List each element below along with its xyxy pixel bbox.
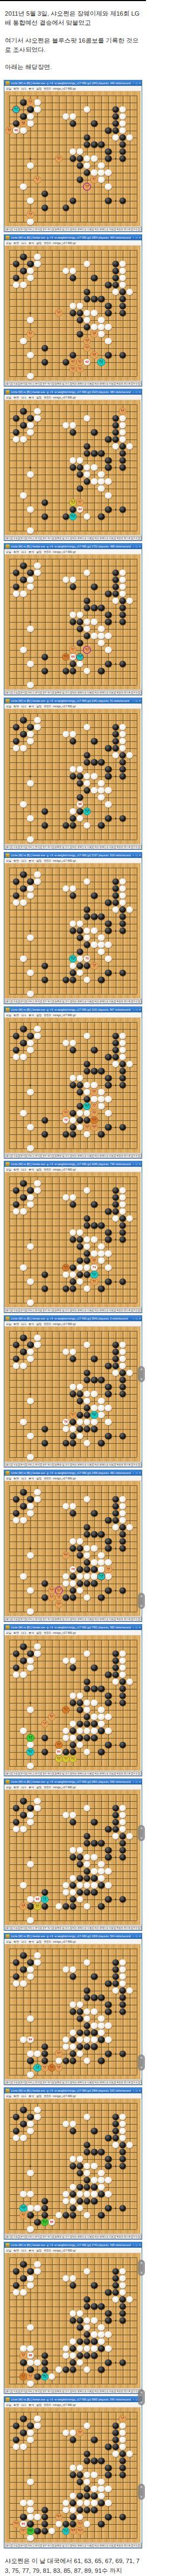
window-title-bar[interactable]: Lizzie [W] vs [B] [./leelaz.exe -g -t 6 …: [4, 2397, 142, 2402]
toolbar-button[interactable]: 열기: [5, 227, 11, 232]
toolbar-button[interactable]: 정확한 값 보기: [54, 2389, 70, 2394]
menu-item[interactable]: 화면: [14, 2094, 19, 2098]
candidate-move[interactable]: 6.8106: [90, 351, 98, 359]
candidate-move[interactable]: 3.9541: [55, 1741, 62, 1749]
candidate-move[interactable]: 5.413: [83, 183, 91, 191]
toolbar-button[interactable]: 메인 변화도로 이동: [71, 2080, 93, 2085]
scroll-down-icon[interactable]: ∨: [140, 2495, 142, 2498]
toolbar-button[interactable]: 분석: [19, 691, 26, 695]
toolbar-button[interactable]: 정확한 값 보기: [54, 1926, 70, 1930]
toolbar-button[interactable]: 분석: [19, 382, 26, 386]
floating-scroll-widget[interactable]: ∧∨: [138, 2389, 145, 2405]
window-title-bar[interactable]: Lizzie [W] vs [B] [./leelaz.exe -g -t 6 …: [4, 2088, 142, 2093]
toolbar-button[interactable]: 복잡한 초기화: [115, 1308, 131, 1313]
toolbar-button[interactable]: 열기: [5, 1154, 11, 1158]
toolbar-button[interactable]: 열기: [5, 382, 11, 386]
toolbar-button[interactable]: 메인 변화도로 지정: [93, 1154, 115, 1158]
minimize-button[interactable]: –: [132, 1162, 134, 1166]
toolbar-button[interactable]: 열기: [5, 2544, 11, 2548]
toolbar-button[interactable]: 열기: [5, 1308, 11, 1313]
toolbar-button[interactable]: 열기: [5, 2080, 11, 2085]
toolbar-button[interactable]: 분석: [19, 1772, 26, 1776]
close-button[interactable]: ×: [139, 1008, 141, 1011]
go-board[interactable]: 8010.72.5k9.37.5k8.12048.0687.4273.95416…: [4, 1635, 141, 1770]
toolbar-button[interactable]: 수순: [132, 1926, 139, 1930]
toolbar-button[interactable]: 복잡한 초기화: [115, 691, 131, 695]
toolbar-button[interactable]: 메인 변화도로 지정: [93, 382, 115, 386]
candidate-move[interactable]: 4.15: [26, 330, 34, 338]
toolbar-button[interactable]: 메인 변화도로 이동: [71, 2389, 93, 2394]
close-button[interactable]: ×: [139, 1471, 141, 1475]
toolbar-button[interactable]: 첫수 제거: [41, 1308, 53, 1313]
maximize-button[interactable]: □: [136, 1935, 137, 1938]
candidate-move[interactable]: 8.068: [48, 1713, 55, 1721]
toolbar-button[interactable]: 첫수 제거: [41, 1154, 53, 1158]
candidate-move[interactable]: 1.92: [118, 2415, 126, 2423]
menu-item[interactable]: 파일: [6, 1013, 11, 1017]
toolbar-button[interactable]: 분석: [19, 1308, 26, 1313]
menu-item[interactable]: 파일: [6, 1631, 11, 1634]
go-board[interactable]: 602.996.21.1k4.81864.6326.01895.7704.765…: [4, 91, 141, 226]
menu-item[interactable]: 설정: [36, 396, 42, 399]
go-board[interactable]: 6812.62.4k: [4, 709, 141, 844]
toolbar-button[interactable]: 열기: [5, 999, 11, 1004]
menu-item[interactable]: 파일: [6, 1168, 11, 1171]
maximize-button[interactable]: □: [136, 2243, 137, 2247]
window-title-bar[interactable]: Lizzie [W] vs [B] [./leelaz.exe -g -t 6 …: [4, 1470, 142, 1476]
window-title-bar[interactable]: Lizzie [W] vs [B] [./leelaz.exe -g -t 6 …: [4, 1779, 142, 1784]
menu-item[interactable]: 설정: [36, 550, 42, 553]
toolbar-button[interactable]: 카타고 분석: [26, 1772, 41, 1776]
menu-item[interactable]: 대국: [21, 1940, 26, 1943]
candidate-move[interactable]: 5.78: [69, 646, 77, 654]
close-button[interactable]: ×: [139, 854, 141, 857]
toolbar-button[interactable]: 첫수 제거: [41, 536, 53, 540]
candidate-move[interactable]: 5.5287: [90, 1257, 98, 1265]
blue-spot-candidate[interactable]: 7.91.4k: [41, 1896, 48, 1903]
toolbar-button[interactable]: 복잡한 초기화: [115, 2235, 131, 2239]
menu-item[interactable]: 엔진0 : minigo_v17-990.gz: [44, 1168, 76, 1171]
minimize-button[interactable]: –: [132, 1008, 134, 1011]
blue-spot-candidate[interactable]: 8.51.2k: [97, 359, 105, 366]
toolbar-button[interactable]: 저장: [12, 691, 18, 695]
toolbar-button[interactable]: 메인 변화도로 이동: [71, 1617, 93, 1621]
toolbar-button[interactable]: 분석: [19, 1463, 26, 1467]
toolbar-button[interactable]: 열기: [5, 536, 11, 540]
toolbar-button[interactable]: 카타고 분석: [26, 2389, 41, 2394]
toolbar-button[interactable]: 메인 변화도로 이동: [71, 227, 93, 232]
toolbar-button[interactable]: 정보: [139, 1926, 142, 1930]
best-move-candidate[interactable]: 11.31.7k: [41, 2219, 48, 2226]
menu-item[interactable]: 대국: [21, 1322, 26, 1326]
toolbar-button[interactable]: 정확한 값 보기: [54, 691, 70, 695]
scroll-up-icon[interactable]: ∧: [140, 1368, 142, 1371]
menu-item[interactable]: 분석: [29, 2249, 34, 2252]
menu-item[interactable]: 화면: [14, 1786, 19, 1789]
toolbar-button[interactable]: 복잡한 초기화: [115, 1463, 131, 1467]
go-board[interactable]: 8612.81.2k11.31.7k4.118: [4, 2099, 141, 2234]
candidate-move[interactable]: 2.62: [76, 2429, 84, 2437]
menu-item[interactable]: 파일: [6, 87, 11, 90]
scroll-up-icon[interactable]: ∧: [140, 1827, 142, 1830]
menu-item[interactable]: 엔진0 : minigo_v17-990.gz: [44, 87, 76, 90]
go-board[interactable]: 6612.81.2k5.7813.34588.9275: [4, 555, 141, 689]
toolbar-button[interactable]: 메인 변화도로 지정: [93, 1308, 115, 1313]
candidate-move[interactable]: 13.22: [12, 2520, 20, 2528]
scroll-down-icon[interactable]: ∨: [140, 1836, 142, 1840]
blue-spot-candidate[interactable]: 12.21.4k: [69, 513, 77, 520]
toolbar-button[interactable]: 정보: [139, 999, 142, 1004]
toolbar-button[interactable]: 분석: [19, 1926, 26, 1930]
toolbar-button[interactable]: 메인 변화도로 이동: [71, 382, 93, 386]
toolbar-button[interactable]: 분석: [19, 2080, 26, 2085]
go-board[interactable]: 9017.11.5k14.61.1k1.922.6213.2214.2211.2…: [4, 2408, 141, 2543]
menu-item[interactable]: 설정: [36, 2249, 42, 2252]
go-board[interactable]: 8818.21.8k9.2116.1625.311: [4, 2253, 141, 2388]
candidate-move[interactable]: 10.33: [76, 2527, 84, 2535]
candidate-move[interactable]: 9.46: [104, 1566, 112, 1573]
toolbar-button[interactable]: 복잡한 초기화: [115, 1617, 131, 1621]
menu-item[interactable]: 분석: [29, 550, 34, 553]
blue-spot-candidate[interactable]: 12.62.4k: [83, 808, 91, 815]
menu-item[interactable]: 분석: [29, 1786, 34, 1789]
toolbar-button[interactable]: 메인 변화도로 지정: [93, 999, 115, 1004]
minimize-button[interactable]: –: [132, 854, 134, 857]
candidate-move[interactable]: 9.11.1k: [69, 1755, 77, 1763]
toolbar-button[interactable]: 정확한 값 보기: [54, 536, 70, 540]
toolbar-button[interactable]: 정보: [139, 1617, 142, 1621]
toolbar-button[interactable]: 저장: [12, 2389, 18, 2394]
menu-item[interactable]: 화면: [14, 396, 19, 399]
candidate-move[interactable]: 6.62: [90, 1088, 98, 1096]
toolbar-button[interactable]: 저장: [12, 1772, 18, 1776]
toolbar-button[interactable]: 분석: [19, 845, 26, 849]
toolbar-button[interactable]: 정보: [139, 1772, 142, 1776]
close-button[interactable]: ×: [139, 699, 141, 702]
toolbar-button[interactable]: 카타고 분석: [26, 2080, 41, 2085]
candidate-move[interactable]: 10.610: [90, 1124, 98, 1131]
menu-item[interactable]: 파일: [6, 2249, 11, 2252]
scroll-down-icon[interactable]: ∨: [140, 1377, 142, 1381]
menu-item[interactable]: 분석: [29, 241, 34, 245]
menu-item[interactable]: 파일: [6, 1940, 11, 1943]
maximize-button[interactable]: □: [136, 1162, 137, 1166]
candidate-move[interactable]: 3.89: [90, 330, 98, 338]
toolbar-button[interactable]: 메인 변화도로 이동: [71, 536, 93, 540]
menu-item[interactable]: 분석: [29, 1013, 34, 1017]
blue-spot-candidate[interactable]: 18.21.8k: [41, 2373, 48, 2381]
blue-spot-candidate[interactable]: 10.72.5k: [26, 1748, 34, 1756]
toolbar-button[interactable]: 첫수 제거: [41, 845, 53, 849]
toolbar-button[interactable]: 메인 변화도로 이동: [71, 1463, 93, 1467]
toolbar-button[interactable]: 메인 변화도로 지정: [93, 2544, 115, 2548]
toolbar-button[interactable]: 메인 변화도로 이동: [71, 2235, 93, 2239]
toolbar-button[interactable]: 첫수 제거: [41, 1463, 53, 1467]
toolbar-button[interactable]: 저장: [12, 1154, 18, 1158]
toolbar-button[interactable]: 첫수 제거: [41, 2544, 53, 2548]
toolbar-button[interactable]: 카타고 분석: [26, 227, 41, 232]
toolbar-button[interactable]: 메인 변화도로 지정: [93, 2389, 115, 2394]
menu-item[interactable]: 분석: [29, 1477, 34, 1480]
menu-item[interactable]: 분석: [29, 2403, 34, 2406]
close-button[interactable]: ×: [139, 545, 141, 548]
menu-item[interactable]: 설정: [36, 2094, 42, 2098]
toolbar-button[interactable]: 분석: [19, 1154, 26, 1158]
toolbar-button[interactable]: 저장: [12, 1308, 18, 1313]
menu-item[interactable]: 설정: [36, 241, 42, 245]
toolbar-button[interactable]: 복잡한 초기화: [115, 536, 131, 540]
toolbar-button[interactable]: 정보: [139, 1463, 142, 1467]
toolbar-button[interactable]: 수순: [132, 691, 139, 695]
maximize-button[interactable]: □: [136, 2398, 137, 2401]
minimize-button[interactable]: –: [132, 1780, 134, 1783]
toolbar-button[interactable]: 복잡한 초기화: [115, 227, 131, 232]
toolbar-button[interactable]: 메인 변화도로 이동: [71, 999, 93, 1004]
toolbar-button[interactable]: 분석: [19, 227, 26, 232]
menu-item[interactable]: 분석: [29, 1322, 34, 1326]
menu-item[interactable]: 대국: [21, 1786, 26, 1789]
toolbar-button[interactable]: 정확한 값 보기: [54, 382, 70, 386]
minimize-button[interactable]: –: [132, 236, 134, 239]
menu-item[interactable]: 엔진0 : minigo_v17-990.gz: [44, 550, 76, 553]
minimize-button[interactable]: –: [132, 699, 134, 702]
toolbar-button[interactable]: 메인 변화도로 지정: [93, 1926, 115, 1930]
toolbar-button[interactable]: 정확한 값 보기: [54, 1617, 70, 1621]
menu-item[interactable]: 엔진0 : minigo_v17-990.gz: [44, 396, 76, 399]
toolbar-button[interactable]: 분석: [19, 536, 26, 540]
window-title-bar[interactable]: Lizzie [W] vs [B] [./leelaz.exe -g -t 6 …: [4, 2242, 142, 2248]
minimize-button[interactable]: –: [132, 1626, 134, 1629]
candidate-move[interactable]: 8.62: [62, 1552, 70, 1559]
toolbar-button[interactable]: 저장: [12, 1617, 18, 1621]
close-button[interactable]: ×: [139, 1162, 141, 1166]
scroll-up-icon[interactable]: ∧: [140, 2485, 142, 2489]
toolbar-button[interactable]: 카타고 분석: [26, 1154, 41, 1158]
menu-item[interactable]: 설정: [36, 2403, 42, 2406]
toolbar-button[interactable]: 열기: [5, 1926, 11, 1930]
toolbar-button[interactable]: 수순: [132, 999, 139, 1004]
menu-item[interactable]: 엔진0 : minigo_v17-990.gz: [44, 705, 76, 708]
maximize-button[interactable]: □: [136, 82, 137, 85]
toolbar-button[interactable]: 분석: [19, 2544, 26, 2548]
candidate-move[interactable]: 9.3455: [34, 1903, 41, 1910]
floating-scroll-widget[interactable]: ∧∨: [138, 2260, 145, 2276]
blue-spot-candidate[interactable]: 10.61.6k: [90, 1411, 98, 1419]
window-title-bar[interactable]: Lizzie [W] vs [B] [./leelaz.exe -g -t 6 …: [4, 1007, 142, 1012]
window-title-bar[interactable]: Lizzie [W] vs [B] [./leelaz.exe -g -t 6 …: [4, 389, 142, 395]
toolbar-button[interactable]: 메인 변화도로 지정: [93, 691, 115, 695]
candidate-move[interactable]: 8.9323: [62, 1264, 70, 1272]
minimize-button[interactable]: –: [132, 2398, 134, 2401]
menu-item[interactable]: 엔진0 : minigo_v17-990.gz: [44, 1631, 76, 1634]
menu-item[interactable]: 엔진0 : minigo_v17-990.gz: [44, 2403, 76, 2406]
maximize-button[interactable]: □: [136, 1471, 137, 1475]
window-title-bar[interactable]: Lizzie [W] vs [B] [./leelaz.exe -g -t 6 …: [4, 544, 142, 549]
go-board[interactable]: 847.41.2k6.923.3108.5896.420: [4, 1944, 141, 2079]
candidate-move[interactable]: 14.22: [55, 2513, 62, 2521]
menu-item[interactable]: 화면: [14, 1477, 19, 1480]
go-board[interactable]: 628.51.2k5.0154.153.896.8646.056.81064.2…: [4, 246, 141, 381]
menu-item[interactable]: 대국: [21, 1477, 26, 1480]
minimize-button[interactable]: –: [132, 2243, 134, 2247]
toolbar-button[interactable]: 메인 변화도로 이동: [71, 845, 93, 849]
menu-item[interactable]: 엔진0 : minigo_v17-990.gz: [44, 1322, 76, 1326]
menu-item[interactable]: 설정: [36, 1477, 42, 1480]
toolbar-button[interactable]: 저장: [12, 999, 18, 1004]
menu-item[interactable]: 화면: [14, 241, 19, 245]
toolbar-button[interactable]: 열기: [5, 1617, 11, 1621]
window-title-bar[interactable]: Lizzie [W] vs [B] [./leelaz.exe -g -t 6 …: [4, 80, 142, 86]
menu-item[interactable]: 화면: [14, 2249, 19, 2252]
toolbar-button[interactable]: 첫수 제거: [41, 382, 53, 386]
toolbar-button[interactable]: 카타고 분석: [26, 1617, 41, 1621]
candidate-move[interactable]: 10.12: [19, 2527, 27, 2535]
candidate-move[interactable]: 8.33: [55, 1601, 62, 1608]
toolbar-button[interactable]: 정보: [139, 1154, 142, 1158]
maximize-button[interactable]: □: [136, 1317, 137, 1320]
toolbar-button[interactable]: 메인 변화도로 지정: [93, 227, 115, 232]
close-button[interactable]: ×: [139, 2243, 141, 2247]
menu-item[interactable]: 파일: [6, 859, 11, 862]
candidate-move[interactable]: 8.9275: [62, 653, 70, 661]
toolbar-button[interactable]: 수순: [132, 536, 139, 540]
close-button[interactable]: ×: [139, 236, 141, 239]
candidate-move[interactable]: 5.015: [55, 309, 62, 317]
candidate-move[interactable]: 4.76: [90, 176, 98, 184]
toolbar-button[interactable]: 정확한 값 보기: [54, 845, 70, 849]
toolbar-button[interactable]: 수순: [132, 382, 139, 386]
menu-item[interactable]: 엔진0 : minigo_v17-990.gz: [44, 2249, 76, 2252]
menu-item[interactable]: 설정: [36, 1168, 42, 1171]
menu-item[interactable]: 대국: [21, 87, 26, 90]
toolbar-button[interactable]: 저장: [12, 382, 18, 386]
toolbar-button[interactable]: 저장: [12, 227, 18, 232]
menu-item[interactable]: 화면: [14, 1168, 19, 1171]
menu-item[interactable]: 설정: [36, 1013, 42, 1017]
toolbar-button[interactable]: 메인 변화도로 지정: [93, 845, 115, 849]
candidate-move[interactable]: 2.99: [26, 99, 34, 106]
scroll-down-icon[interactable]: ∨: [140, 1604, 142, 1607]
blue-spot-candidate[interactable]: 6.21.1k: [12, 106, 20, 113]
floating-scroll-widget[interactable]: ∧∨: [138, 2484, 145, 2500]
candidate-move[interactable]: 4.8186: [19, 120, 27, 127]
toolbar-button[interactable]: 정확한 값 보기: [54, 1463, 70, 1467]
go-board[interactable]: 7212.55.6k6.627.773.925.0211.62255.41310…: [4, 1018, 141, 1153]
toolbar-button[interactable]: 정보: [139, 2235, 142, 2239]
candidate-move[interactable]: 4.118: [19, 2212, 27, 2219]
menu-item[interactable]: 설정: [36, 705, 42, 708]
menu-item[interactable]: 분석: [29, 859, 34, 862]
menu-item[interactable]: 화면: [14, 1940, 19, 1943]
toolbar-button[interactable]: 저장: [12, 2080, 18, 2085]
minimize-button[interactable]: –: [132, 1317, 134, 1320]
menu-item[interactable]: 설정: [36, 1786, 42, 1789]
menu-item[interactable]: 엔진0 : minigo_v17-990.gz: [44, 1013, 76, 1017]
scroll-down-icon[interactable]: ∨: [140, 2401, 142, 2404]
toolbar-button[interactable]: 카타고 분석: [26, 1463, 41, 1467]
minimize-button[interactable]: –: [132, 82, 134, 85]
candidate-move[interactable]: 9.44: [118, 408, 126, 415]
toolbar-button[interactable]: 메인 변화도로 지정: [93, 1463, 115, 1467]
maximize-button[interactable]: □: [136, 236, 137, 239]
candidate-move[interactable]: 13.3458: [83, 646, 91, 654]
floating-scroll-widget[interactable]: ∧∨: [138, 2054, 145, 2071]
menu-item[interactable]: 화면: [14, 1013, 19, 1017]
close-button[interactable]: ×: [139, 2089, 141, 2092]
toolbar-button[interactable]: 메인 변화도로 이동: [71, 1926, 93, 1930]
maximize-button[interactable]: □: [136, 390, 137, 394]
maximize-button[interactable]: □: [136, 1780, 137, 1783]
menu-item[interactable]: 대국: [21, 1631, 26, 1634]
toolbar-button[interactable]: 첫수 제거: [41, 1617, 53, 1621]
floating-scroll-widget[interactable]: ∧∨: [138, 1366, 145, 1382]
toolbar-button[interactable]: 저장: [12, 1463, 18, 1467]
candidate-move[interactable]: 5.770: [34, 176, 41, 184]
close-button[interactable]: ×: [139, 1317, 141, 1320]
window-title-bar[interactable]: Lizzie [W] vs [B] [./leelaz.exe -g -t 6 …: [4, 853, 142, 858]
toolbar-button[interactable]: 카타고 분석: [26, 382, 41, 386]
menu-item[interactable]: 파일: [6, 550, 11, 553]
menu-item[interactable]: 파일: [6, 705, 11, 708]
menu-item[interactable]: 설정: [36, 87, 42, 90]
menu-item[interactable]: 대국: [21, 705, 26, 708]
toolbar-button[interactable]: 분석: [19, 2235, 26, 2239]
toolbar-button[interactable]: 정확한 값 보기: [54, 1308, 70, 1313]
candidate-move[interactable]: 5.214: [76, 366, 84, 373]
maximize-button[interactable]: □: [136, 854, 137, 857]
scroll-up-icon[interactable]: ∧: [140, 2261, 142, 2264]
window-title-bar[interactable]: Lizzie [W] vs [B] [./leelaz.exe -g -t 6 …: [4, 235, 142, 240]
toolbar-button[interactable]: 수순: [132, 1617, 139, 1621]
close-button[interactable]: ×: [139, 82, 141, 85]
close-button[interactable]: ×: [139, 1935, 141, 1938]
toolbar-button[interactable]: 카타고 분석: [26, 1926, 41, 1930]
toolbar-button[interactable]: 정확한 값 보기: [54, 1154, 70, 1158]
candidate-move[interactable]: 6.92: [55, 2050, 62, 2058]
menu-item[interactable]: 설정: [36, 1631, 42, 1634]
toolbar-button[interactable]: 수순: [132, 1772, 139, 1776]
toolbar-button[interactable]: 수순: [132, 2080, 139, 2085]
menu-item[interactable]: 분석: [29, 1631, 34, 1634]
toolbar-button[interactable]: 복잡한 초기화: [115, 1154, 131, 1158]
menu-item[interactable]: 파일: [6, 1477, 11, 1480]
toolbar-button[interactable]: 분석: [19, 1617, 26, 1621]
close-button[interactable]: ×: [139, 1626, 141, 1629]
toolbar-button[interactable]: 저장: [12, 536, 18, 540]
maximize-button[interactable]: □: [136, 699, 137, 702]
toolbar-button[interactable]: 정보: [139, 382, 142, 386]
toolbar-button[interactable]: 복잡한 초기화: [115, 2544, 131, 2548]
menu-item[interactable]: 엔진0 : minigo_v17-990.gz: [44, 1786, 76, 1789]
menu-item[interactable]: 파일: [6, 241, 11, 245]
menu-item[interactable]: 설정: [36, 859, 42, 862]
go-board[interactable]: 7012.61.5k7.930: [4, 863, 141, 998]
toolbar-button[interactable]: 수순: [132, 2235, 139, 2239]
window-title-bar[interactable]: Lizzie [W] vs [B] [./leelaz.exe -g -t 6 …: [4, 1316, 142, 1321]
candidate-move[interactable]: 6.420: [55, 2064, 62, 2072]
toolbar-button[interactable]: 정확한 값 보기: [54, 1772, 70, 1776]
toolbar-button[interactable]: 정보: [139, 1308, 142, 1313]
menu-item[interactable]: 엔진0 : minigo_v17-990.gz: [44, 859, 76, 862]
candidate-move[interactable]: 6.05: [83, 344, 91, 352]
scroll-up-icon[interactable]: ∧: [140, 2391, 142, 2394]
minimize-button[interactable]: –: [132, 1471, 134, 1475]
toolbar-button[interactable]: 저장: [12, 2544, 18, 2548]
menu-item[interactable]: 분석: [29, 87, 34, 90]
close-button[interactable]: ×: [139, 1780, 141, 1783]
menu-item[interactable]: 대국: [21, 859, 26, 862]
go-board[interactable]: 827.91.4k3.849.3455: [4, 1790, 141, 1925]
